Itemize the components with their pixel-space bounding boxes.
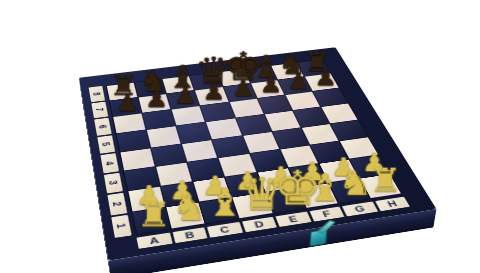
square-a5	[117, 130, 150, 151]
square-c1: ♝	[200, 197, 239, 223]
square-c5	[177, 122, 211, 142]
white-pawn: ♟	[132, 183, 165, 208]
square-g1: ♞	[329, 178, 370, 202]
square-a3	[124, 166, 159, 189]
square-g3	[310, 141, 348, 163]
rank-label-4: 4	[100, 153, 119, 173]
file-label-d: D	[241, 216, 277, 232]
square-d7: ♟	[195, 87, 228, 105]
chess-set-photo: 87654321 ♜♞♝♛♚♝♞♜♟♟♟♟♟♟♟♟♟♟♟♟♟♟♟♟♜♞♝♛♚♝♞…	[0, 0, 480, 273]
chess-board: 87654321 ♜♞♝♛♚♝♞♜♟♟♟♟♟♟♟♟♟♟♟♟♟♟♟♟♜♞♝♛♚♝♞…	[79, 47, 437, 261]
square-b5	[147, 126, 181, 147]
white-pawn: ♟	[199, 174, 231, 199]
square-h3	[340, 137, 378, 158]
square-e2: ♟	[257, 168, 295, 192]
square-a1: ♜	[133, 207, 171, 233]
rank-label-6: 6	[94, 117, 111, 135]
square-g4	[301, 123, 338, 144]
file-label-b: B	[172, 227, 208, 243]
file-label-c: C	[207, 221, 243, 237]
square-c4	[182, 139, 217, 161]
square-b4	[152, 143, 187, 165]
black-queen: ♛	[195, 53, 222, 88]
rank-label-7: 7	[91, 101, 108, 118]
file-label-f: F	[309, 206, 345, 221]
rank-label-3: 3	[104, 172, 123, 193]
rank-label-8: 8	[89, 85, 105, 101]
black-rook: ♜	[110, 73, 138, 99]
black-rook: ♜	[304, 49, 331, 74]
rank-label-2: 2	[107, 192, 127, 214]
rank-label-1: 1	[111, 214, 132, 238]
square-a8: ♜	[107, 82, 138, 100]
square-d3	[219, 153, 256, 176]
square-c2: ♟	[194, 177, 232, 201]
square-b1: ♞	[167, 202, 205, 228]
square-b2: ♟	[161, 181, 198, 206]
rank-label-5: 5	[97, 134, 115, 153]
black-knight: ♞	[139, 67, 167, 95]
square-a7: ♟	[110, 97, 142, 116]
file-label-g: G	[342, 201, 378, 216]
square-h4	[330, 119, 367, 139]
file-label-h: H	[375, 196, 411, 211]
file-label-a: A	[136, 232, 171, 248]
black-king: ♚	[223, 47, 250, 84]
square-a4	[120, 148, 154, 170]
file-label-e: E	[275, 211, 311, 226]
square-c7: ♟	[167, 90, 199, 108]
